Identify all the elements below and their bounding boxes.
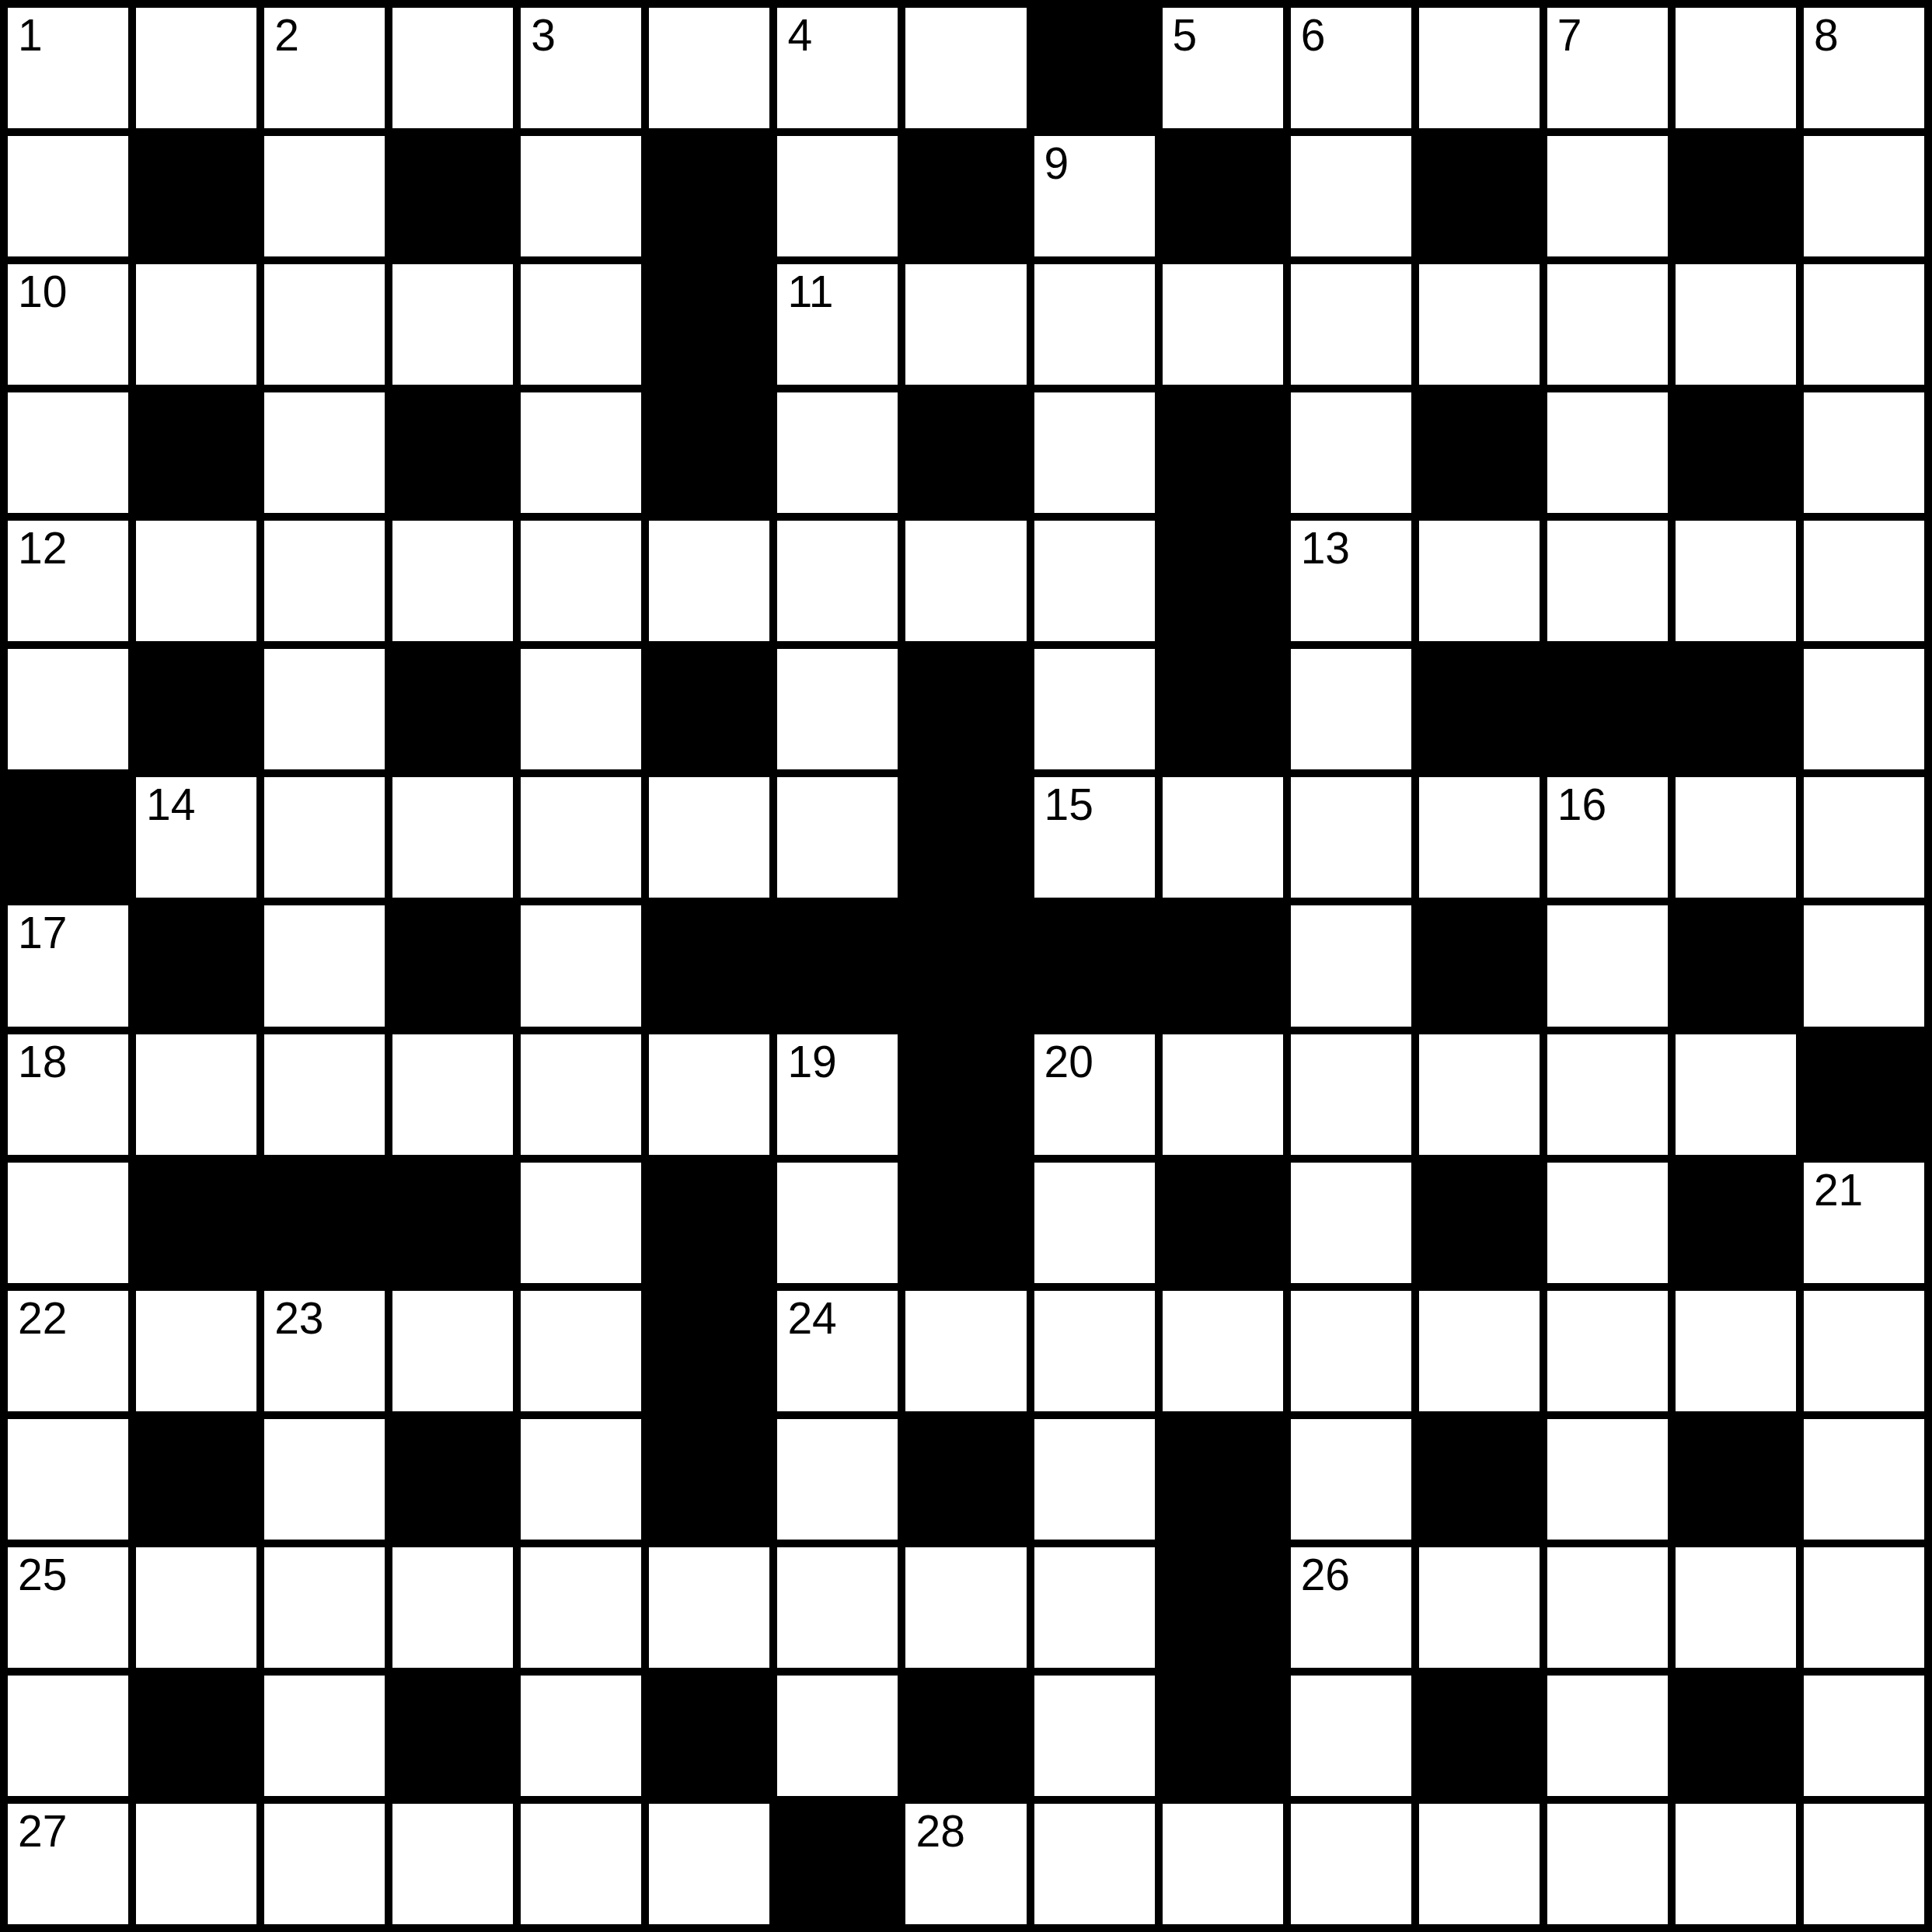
white-cell[interactable] xyxy=(1034,1547,1155,1668)
white-cell[interactable] xyxy=(1804,905,1924,1026)
black-cell xyxy=(649,1291,769,1411)
black-cell xyxy=(649,905,769,1026)
black-cell xyxy=(136,392,256,513)
black-cell xyxy=(649,264,769,385)
white-cell[interactable]: 2 xyxy=(264,8,385,128)
white-cell[interactable] xyxy=(392,777,513,898)
black-cell xyxy=(1163,392,1283,513)
white-cell[interactable]: 26 xyxy=(1291,1547,1411,1668)
white-cell[interactable] xyxy=(1291,392,1411,513)
white-cell[interactable]: 3 xyxy=(521,8,641,128)
clue-number: 4 xyxy=(787,13,812,58)
white-cell[interactable] xyxy=(1163,1034,1283,1155)
white-cell[interactable] xyxy=(1676,264,1796,385)
white-cell[interactable] xyxy=(1163,264,1283,385)
white-cell[interactable] xyxy=(777,1163,898,1283)
white-cell[interactable]: 12 xyxy=(8,521,128,641)
white-cell[interactable]: 7 xyxy=(1547,8,1668,128)
white-cell[interactable] xyxy=(905,264,1026,385)
white-cell[interactable] xyxy=(264,1034,385,1155)
white-cell[interactable]: 25 xyxy=(8,1547,128,1668)
white-cell[interactable] xyxy=(1676,1804,1796,1924)
black-cell xyxy=(1419,136,1540,256)
white-cell[interactable] xyxy=(777,392,898,513)
white-cell[interactable] xyxy=(521,264,641,385)
white-cell[interactable] xyxy=(905,1291,1026,1411)
white-cell[interactable] xyxy=(1034,264,1155,385)
clue-number: 13 xyxy=(1301,526,1350,570)
white-cell[interactable] xyxy=(1547,1804,1668,1924)
white-cell[interactable] xyxy=(1804,521,1924,641)
clue-number: 25 xyxy=(18,1553,67,1597)
white-cell[interactable] xyxy=(1034,1419,1155,1540)
white-cell[interactable] xyxy=(264,136,385,256)
black-cell xyxy=(649,392,769,513)
white-cell[interactable]: 23 xyxy=(264,1291,385,1411)
black-cell xyxy=(1419,649,1540,769)
white-cell[interactable] xyxy=(264,1676,385,1796)
white-cell[interactable] xyxy=(1676,521,1796,641)
white-cell[interactable]: 22 xyxy=(8,1291,128,1411)
white-cell[interactable]: 24 xyxy=(777,1291,898,1411)
black-cell xyxy=(649,1163,769,1283)
black-cell xyxy=(649,1676,769,1796)
crossword-grid: 1234567891011121314151617181920212223242… xyxy=(0,0,1932,1932)
black-cell xyxy=(1034,905,1155,1026)
black-cell xyxy=(1547,649,1668,769)
clue-number: 2 xyxy=(274,13,299,58)
white-cell[interactable]: 15 xyxy=(1034,777,1155,898)
black-cell xyxy=(1163,521,1283,641)
white-cell[interactable] xyxy=(1163,777,1283,898)
white-cell[interactable] xyxy=(1804,264,1924,385)
white-cell[interactable] xyxy=(521,1676,641,1796)
white-cell[interactable] xyxy=(1291,1034,1411,1155)
clue-number: 28 xyxy=(915,1809,964,1854)
black-cell xyxy=(1163,1547,1283,1668)
white-cell[interactable] xyxy=(1547,264,1668,385)
clue-number: 22 xyxy=(18,1296,67,1341)
black-cell xyxy=(1419,392,1540,513)
black-cell xyxy=(1419,1163,1540,1283)
white-cell[interactable]: 5 xyxy=(1163,8,1283,128)
white-cell[interactable] xyxy=(777,1419,898,1540)
clue-number: 16 xyxy=(1557,783,1606,827)
white-cell[interactable]: 14 xyxy=(136,777,256,898)
white-cell[interactable] xyxy=(1547,136,1668,256)
white-cell[interactable] xyxy=(777,1547,898,1668)
black-cell xyxy=(1676,905,1796,1026)
black-cell xyxy=(392,905,513,1026)
white-cell[interactable] xyxy=(264,1804,385,1924)
white-cell[interactable] xyxy=(521,905,641,1026)
white-cell[interactable] xyxy=(649,8,769,128)
black-cell xyxy=(905,649,1026,769)
white-cell[interactable]: 27 xyxy=(8,1804,128,1924)
white-cell[interactable] xyxy=(1291,905,1411,1026)
black-cell xyxy=(136,136,256,256)
white-cell[interactable] xyxy=(905,8,1026,128)
clue-number: 9 xyxy=(1044,141,1069,186)
white-cell[interactable] xyxy=(392,1034,513,1155)
white-cell[interactable] xyxy=(1291,1676,1411,1796)
clue-number: 26 xyxy=(1301,1553,1350,1597)
white-cell[interactable]: 1 xyxy=(8,8,128,128)
white-cell[interactable]: 9 xyxy=(1034,136,1155,256)
black-cell xyxy=(1804,1034,1924,1155)
black-cell xyxy=(392,649,513,769)
white-cell[interactable] xyxy=(777,777,898,898)
black-cell xyxy=(1163,1419,1283,1540)
white-cell[interactable]: 20 xyxy=(1034,1034,1155,1155)
white-cell[interactable] xyxy=(1804,1419,1924,1540)
white-cell[interactable] xyxy=(8,1419,128,1540)
white-cell[interactable]: 28 xyxy=(905,1804,1026,1924)
black-cell xyxy=(1034,8,1155,128)
white-cell[interactable] xyxy=(521,1034,641,1155)
white-cell[interactable] xyxy=(392,264,513,385)
black-cell xyxy=(1419,1676,1540,1796)
white-cell[interactable] xyxy=(1804,1676,1924,1796)
white-cell[interactable] xyxy=(1291,649,1411,769)
white-cell[interactable] xyxy=(777,136,898,256)
white-cell[interactable] xyxy=(1291,1163,1411,1283)
black-cell xyxy=(392,392,513,513)
black-cell xyxy=(136,649,256,769)
white-cell[interactable] xyxy=(264,264,385,385)
black-cell xyxy=(1163,1163,1283,1283)
white-cell[interactable] xyxy=(1419,264,1540,385)
clue-number: 11 xyxy=(787,270,833,314)
black-cell xyxy=(649,649,769,769)
white-cell[interactable] xyxy=(1547,1676,1668,1796)
black-cell xyxy=(1676,136,1796,256)
white-cell[interactable] xyxy=(1676,1034,1796,1155)
white-cell[interactable] xyxy=(1676,1291,1796,1411)
black-cell xyxy=(649,136,769,256)
white-cell[interactable] xyxy=(264,1419,385,1540)
white-cell[interactable]: 18 xyxy=(8,1034,128,1155)
white-cell[interactable] xyxy=(1547,1419,1668,1540)
white-cell[interactable] xyxy=(1804,777,1924,898)
black-cell xyxy=(392,1419,513,1540)
white-cell[interactable]: 11 xyxy=(777,264,898,385)
white-cell[interactable] xyxy=(521,1163,641,1283)
black-cell xyxy=(1676,392,1796,513)
black-cell xyxy=(1676,649,1796,769)
white-cell[interactable] xyxy=(8,1676,128,1796)
black-cell xyxy=(905,777,1026,898)
black-cell xyxy=(8,777,128,898)
black-cell xyxy=(136,1419,256,1540)
clue-number: 19 xyxy=(787,1040,836,1084)
white-cell[interactable] xyxy=(521,1419,641,1540)
white-cell[interactable] xyxy=(521,1804,641,1924)
white-cell[interactable] xyxy=(136,1034,256,1155)
white-cell[interactable] xyxy=(1419,1291,1540,1411)
clue-number: 12 xyxy=(18,526,67,570)
white-cell[interactable] xyxy=(521,521,641,641)
white-cell[interactable] xyxy=(521,649,641,769)
white-cell[interactable] xyxy=(1676,1547,1796,1668)
white-cell[interactable] xyxy=(264,905,385,1026)
clue-number: 3 xyxy=(531,13,556,58)
white-cell[interactable] xyxy=(1804,392,1924,513)
black-cell xyxy=(905,1163,1026,1283)
white-cell[interactable]: 8 xyxy=(1804,8,1924,128)
black-cell xyxy=(136,1676,256,1796)
white-cell[interactable] xyxy=(392,1291,513,1411)
white-cell[interactable] xyxy=(905,1547,1026,1668)
white-cell[interactable] xyxy=(8,649,128,769)
white-cell[interactable] xyxy=(1291,1804,1411,1924)
black-cell xyxy=(1163,136,1283,256)
white-cell[interactable] xyxy=(1419,8,1540,128)
white-cell[interactable] xyxy=(521,392,641,513)
black-cell xyxy=(905,1034,1026,1155)
white-cell[interactable] xyxy=(1291,1291,1411,1411)
white-cell[interactable] xyxy=(136,1291,256,1411)
clue-number: 15 xyxy=(1044,783,1093,827)
white-cell[interactable] xyxy=(649,521,769,641)
white-cell[interactable] xyxy=(905,521,1026,641)
clue-number: 7 xyxy=(1557,13,1582,58)
white-cell[interactable] xyxy=(1419,1804,1540,1924)
white-cell[interactable] xyxy=(1034,1676,1155,1796)
black-cell xyxy=(905,136,1026,256)
white-cell[interactable] xyxy=(1419,1034,1540,1155)
clue-number: 14 xyxy=(146,783,195,827)
white-cell[interactable] xyxy=(649,1804,769,1924)
black-cell xyxy=(905,392,1026,513)
clue-number: 27 xyxy=(18,1809,67,1854)
black-cell xyxy=(392,1676,513,1796)
white-cell[interactable] xyxy=(1804,649,1924,769)
white-cell[interactable] xyxy=(649,777,769,898)
black-cell xyxy=(136,905,256,1026)
clue-number: 1 xyxy=(18,13,43,58)
white-cell[interactable] xyxy=(264,777,385,898)
clue-number: 20 xyxy=(1044,1040,1093,1084)
white-cell[interactable] xyxy=(1419,777,1540,898)
white-cell[interactable] xyxy=(136,1804,256,1924)
white-cell[interactable] xyxy=(1804,1547,1924,1668)
clue-number: 18 xyxy=(18,1040,67,1084)
white-cell[interactable]: 16 xyxy=(1547,777,1668,898)
clue-number: 17 xyxy=(18,911,67,955)
white-cell[interactable] xyxy=(1547,392,1668,513)
white-cell[interactable] xyxy=(264,649,385,769)
white-cell[interactable]: 21 xyxy=(1804,1163,1924,1283)
white-cell[interactable]: 6 xyxy=(1291,8,1411,128)
white-cell[interactable] xyxy=(1291,264,1411,385)
white-cell[interactable] xyxy=(1547,1034,1668,1155)
white-cell[interactable] xyxy=(777,521,898,641)
white-cell[interactable]: 4 xyxy=(777,8,898,128)
white-cell[interactable] xyxy=(8,136,128,256)
white-cell[interactable] xyxy=(1804,136,1924,256)
white-cell[interactable] xyxy=(392,8,513,128)
white-cell[interactable]: 17 xyxy=(8,905,128,1026)
black-cell xyxy=(1419,1419,1540,1540)
white-cell[interactable] xyxy=(1034,1291,1155,1411)
white-cell[interactable] xyxy=(1547,521,1668,641)
white-cell[interactable]: 19 xyxy=(777,1034,898,1155)
black-cell xyxy=(905,1419,1026,1540)
black-cell xyxy=(1676,1163,1796,1283)
clue-number: 5 xyxy=(1173,13,1198,58)
white-cell[interactable] xyxy=(649,1034,769,1155)
white-cell[interactable] xyxy=(1034,392,1155,513)
black-cell xyxy=(1163,905,1283,1026)
white-cell[interactable] xyxy=(8,1163,128,1283)
white-cell[interactable] xyxy=(1163,1291,1283,1411)
black-cell xyxy=(136,1163,256,1283)
white-cell[interactable] xyxy=(1163,1804,1283,1924)
white-cell[interactable] xyxy=(264,521,385,641)
white-cell[interactable] xyxy=(1291,136,1411,256)
black-cell xyxy=(777,1804,898,1924)
white-cell[interactable] xyxy=(1034,1163,1155,1283)
white-cell[interactable] xyxy=(136,8,256,128)
white-cell[interactable]: 10 xyxy=(8,264,128,385)
white-cell[interactable] xyxy=(392,1547,513,1668)
white-cell[interactable] xyxy=(1676,777,1796,898)
white-cell[interactable] xyxy=(1547,1291,1668,1411)
black-cell xyxy=(905,905,1026,1026)
black-cell xyxy=(1163,1676,1283,1796)
white-cell[interactable] xyxy=(1034,649,1155,769)
black-cell xyxy=(264,1163,385,1283)
white-cell[interactable] xyxy=(777,1676,898,1796)
white-cell[interactable] xyxy=(1804,1291,1924,1411)
black-cell xyxy=(1676,1419,1796,1540)
white-cell[interactable] xyxy=(1804,1804,1924,1924)
black-cell xyxy=(905,1676,1026,1796)
white-cell[interactable] xyxy=(1291,1419,1411,1540)
white-cell[interactable] xyxy=(521,136,641,256)
white-cell[interactable] xyxy=(136,264,256,385)
white-cell[interactable]: 13 xyxy=(1291,521,1411,641)
white-cell[interactable] xyxy=(1291,777,1411,898)
black-cell xyxy=(1163,649,1283,769)
black-cell xyxy=(649,1419,769,1540)
white-cell[interactable] xyxy=(392,521,513,641)
clue-number: 23 xyxy=(274,1296,323,1341)
clue-number: 24 xyxy=(787,1296,836,1341)
white-cell[interactable] xyxy=(1034,1804,1155,1924)
white-cell[interactable] xyxy=(649,1547,769,1668)
white-cell[interactable] xyxy=(1034,521,1155,641)
clue-number: 6 xyxy=(1301,13,1326,58)
black-cell xyxy=(777,905,898,1026)
black-cell xyxy=(1419,905,1540,1026)
black-cell xyxy=(392,1163,513,1283)
white-cell[interactable] xyxy=(1547,905,1668,1026)
white-cell[interactable] xyxy=(392,1804,513,1924)
white-cell[interactable] xyxy=(136,521,256,641)
white-cell[interactable] xyxy=(1676,8,1796,128)
white-cell[interactable] xyxy=(264,1547,385,1668)
clue-number: 8 xyxy=(1814,13,1839,58)
white-cell[interactable] xyxy=(1547,1163,1668,1283)
white-cell[interactable] xyxy=(8,392,128,513)
white-cell[interactable] xyxy=(1419,1547,1540,1668)
white-cell[interactable] xyxy=(1547,1547,1668,1668)
white-cell[interactable] xyxy=(521,1291,641,1411)
white-cell[interactable] xyxy=(521,777,641,898)
white-cell[interactable] xyxy=(1419,521,1540,641)
clue-number: 21 xyxy=(1814,1168,1863,1212)
clue-number: 10 xyxy=(18,270,67,314)
black-cell xyxy=(1676,1676,1796,1796)
white-cell[interactable] xyxy=(777,649,898,769)
white-cell[interactable] xyxy=(521,1547,641,1668)
white-cell[interactable] xyxy=(264,392,385,513)
black-cell xyxy=(392,136,513,256)
white-cell[interactable] xyxy=(136,1547,256,1668)
